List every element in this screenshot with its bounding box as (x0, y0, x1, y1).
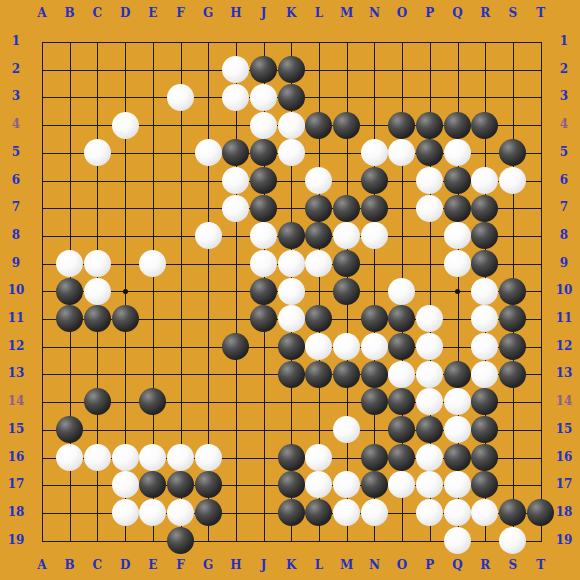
white-stone-q5[interactable] (444, 139, 471, 166)
white-stone-e9[interactable] (139, 250, 166, 277)
intersection-b10[interactable] (56, 277, 84, 305)
black-stone-f19[interactable] (167, 527, 194, 554)
black-stone-q7[interactable] (444, 195, 471, 222)
intersection-k17[interactable] (277, 471, 305, 499)
black-stone-k8[interactable] (278, 222, 305, 249)
intersection-a10[interactable] (28, 277, 56, 305)
white-stone-k4[interactable] (278, 112, 305, 139)
intersection-o10[interactable] (388, 277, 416, 305)
intersection-e12[interactable] (139, 333, 167, 361)
white-stone-k5[interactable] (278, 139, 305, 166)
intersection-n3[interactable] (360, 84, 388, 112)
black-stone-s13[interactable] (499, 361, 526, 388)
intersection-c3[interactable] (84, 84, 112, 112)
intersection-a2[interactable] (28, 56, 56, 84)
intersection-s11[interactable] (499, 305, 527, 333)
intersection-p7[interactable] (416, 194, 444, 222)
intersection-k9[interactable] (277, 250, 305, 278)
black-stone-m10[interactable] (333, 278, 360, 305)
intersection-f18[interactable] (167, 499, 195, 527)
black-stone-k17[interactable] (278, 471, 305, 498)
white-stone-r13[interactable] (471, 361, 498, 388)
intersection-l11[interactable] (305, 305, 333, 333)
intersection-m8[interactable] (333, 222, 361, 250)
white-stone-n12[interactable] (361, 333, 388, 360)
intersection-k3[interactable] (277, 84, 305, 112)
intersection-f16[interactable] (167, 443, 195, 471)
black-stone-j11[interactable] (250, 305, 277, 332)
intersection-h16[interactable] (222, 443, 250, 471)
intersection-b14[interactable] (56, 388, 84, 416)
intersection-r13[interactable] (471, 360, 499, 388)
intersection-o16[interactable] (388, 443, 416, 471)
white-stone-m15[interactable] (333, 416, 360, 443)
black-stone-s5[interactable] (499, 139, 526, 166)
black-stone-r8[interactable] (471, 222, 498, 249)
intersection-q8[interactable] (443, 222, 471, 250)
black-stone-k13[interactable] (278, 361, 305, 388)
white-stone-l9[interactable] (305, 250, 332, 277)
white-stone-r18[interactable] (471, 499, 498, 526)
intersection-m5[interactable] (333, 139, 361, 167)
intersection-m13[interactable] (333, 360, 361, 388)
black-stone-q4[interactable] (444, 112, 471, 139)
intersection-g5[interactable] (194, 139, 222, 167)
intersection-c6[interactable] (84, 167, 112, 195)
intersection-e3[interactable] (139, 84, 167, 112)
intersection-m9[interactable] (333, 250, 361, 278)
intersection-p3[interactable] (416, 84, 444, 112)
intersection-m4[interactable] (333, 111, 361, 139)
intersection-f6[interactable] (167, 167, 195, 195)
intersection-q4[interactable] (443, 111, 471, 139)
intersection-b15[interactable] (56, 416, 84, 444)
black-stone-m9[interactable] (333, 250, 360, 277)
intersection-r3[interactable] (471, 84, 499, 112)
intersection-r12[interactable] (471, 333, 499, 361)
intersection-d14[interactable] (111, 388, 139, 416)
intersection-d7[interactable] (111, 194, 139, 222)
intersection-p8[interactable] (416, 222, 444, 250)
intersection-h2[interactable] (222, 56, 250, 84)
white-stone-p16[interactable] (416, 444, 443, 471)
intersection-c18[interactable] (84, 499, 112, 527)
intersection-f7[interactable] (167, 194, 195, 222)
white-stone-p6[interactable] (416, 167, 443, 194)
white-stone-o17[interactable] (388, 471, 415, 498)
black-stone-m7[interactable] (333, 195, 360, 222)
intersection-s16[interactable] (499, 443, 527, 471)
intersection-k18[interactable] (277, 499, 305, 527)
intersection-j11[interactable] (250, 305, 278, 333)
intersection-b5[interactable] (56, 139, 84, 167)
intersection-b11[interactable] (56, 305, 84, 333)
intersection-g14[interactable] (194, 388, 222, 416)
intersection-h9[interactable] (222, 250, 250, 278)
intersection-a5[interactable] (28, 139, 56, 167)
intersection-s14[interactable] (499, 388, 527, 416)
intersection-j8[interactable] (250, 222, 278, 250)
intersection-s5[interactable] (499, 139, 527, 167)
white-stone-n18[interactable] (361, 499, 388, 526)
intersection-n5[interactable] (360, 139, 388, 167)
intersection-q18[interactable] (443, 499, 471, 527)
intersection-j12[interactable] (250, 333, 278, 361)
intersection-c8[interactable] (84, 222, 112, 250)
intersection-e8[interactable] (139, 222, 167, 250)
intersection-f11[interactable] (167, 305, 195, 333)
white-stone-p14[interactable] (416, 388, 443, 415)
intersection-j6[interactable] (250, 167, 278, 195)
intersection-q10[interactable] (443, 277, 471, 305)
intersection-f2[interactable] (167, 56, 195, 84)
intersection-l6[interactable] (305, 167, 333, 195)
intersection-c12[interactable] (84, 333, 112, 361)
black-stone-k3[interactable] (278, 84, 305, 111)
intersection-o17[interactable] (388, 471, 416, 499)
intersection-o5[interactable] (388, 139, 416, 167)
white-stone-g16[interactable] (195, 444, 222, 471)
intersection-n2[interactable] (360, 56, 388, 84)
intersection-a16[interactable] (28, 443, 56, 471)
white-stone-l12[interactable] (305, 333, 332, 360)
intersection-q11[interactable] (443, 305, 471, 333)
intersection-q16[interactable] (443, 443, 471, 471)
intersection-e17[interactable] (139, 471, 167, 499)
intersection-a14[interactable] (28, 388, 56, 416)
black-stone-r9[interactable] (471, 250, 498, 277)
intersection-s2[interactable] (499, 56, 527, 84)
intersection-s13[interactable] (499, 360, 527, 388)
black-stone-m4[interactable] (333, 112, 360, 139)
white-stone-r10[interactable] (471, 278, 498, 305)
black-stone-s12[interactable] (499, 333, 526, 360)
intersection-h17[interactable] (222, 471, 250, 499)
black-stone-r15[interactable] (471, 416, 498, 443)
intersection-s18[interactable] (499, 499, 527, 527)
intersection-c14[interactable] (84, 388, 112, 416)
intersection-o11[interactable] (388, 305, 416, 333)
black-stone-r4[interactable] (471, 112, 498, 139)
black-stone-l11[interactable] (305, 305, 332, 332)
intersection-m18[interactable] (333, 499, 361, 527)
intersection-k13[interactable] (277, 360, 305, 388)
intersection-p17[interactable] (416, 471, 444, 499)
intersection-d19[interactable] (111, 527, 139, 555)
white-stone-p17[interactable] (416, 471, 443, 498)
intersection-c13[interactable] (84, 360, 112, 388)
intersection-n7[interactable] (360, 194, 388, 222)
intersection-c15[interactable] (84, 416, 112, 444)
intersection-r6[interactable] (471, 167, 499, 195)
intersection-l8[interactable] (305, 222, 333, 250)
black-stone-j6[interactable] (250, 167, 277, 194)
intersection-d18[interactable] (111, 499, 139, 527)
white-stone-f18[interactable] (167, 499, 194, 526)
intersection-q1[interactable] (443, 28, 471, 56)
intersection-f10[interactable] (167, 277, 195, 305)
intersection-n10[interactable] (360, 277, 388, 305)
intersection-g10[interactable] (194, 277, 222, 305)
white-stone-h6[interactable] (222, 167, 249, 194)
intersection-n17[interactable] (360, 471, 388, 499)
intersection-s19[interactable] (499, 527, 527, 555)
intersection-r5[interactable] (471, 139, 499, 167)
intersection-f17[interactable] (167, 471, 195, 499)
intersection-p6[interactable] (416, 167, 444, 195)
intersection-p19[interactable] (416, 527, 444, 555)
intersection-f19[interactable] (167, 527, 195, 555)
intersection-s7[interactable] (499, 194, 527, 222)
intersection-a3[interactable] (28, 84, 56, 112)
white-stone-q15[interactable] (444, 416, 471, 443)
intersection-r10[interactable] (471, 277, 499, 305)
intersection-l13[interactable] (305, 360, 333, 388)
black-stone-g18[interactable] (195, 499, 222, 526)
intersection-q2[interactable] (443, 56, 471, 84)
intersection-n4[interactable] (360, 111, 388, 139)
intersection-c9[interactable] (84, 250, 112, 278)
white-stone-h7[interactable] (222, 195, 249, 222)
intersection-h13[interactable] (222, 360, 250, 388)
black-stone-c14[interactable] (84, 388, 111, 415)
intersection-q9[interactable] (443, 250, 471, 278)
intersection-b12[interactable] (56, 333, 84, 361)
intersection-g2[interactable] (194, 56, 222, 84)
intersection-h19[interactable] (222, 527, 250, 555)
intersection-a11[interactable] (28, 305, 56, 333)
intersection-l9[interactable] (305, 250, 333, 278)
white-stone-k10[interactable] (278, 278, 305, 305)
intersection-d1[interactable] (111, 28, 139, 56)
intersection-a8[interactable] (28, 222, 56, 250)
intersection-l16[interactable] (305, 443, 333, 471)
intersection-d9[interactable] (111, 250, 139, 278)
intersection-c19[interactable] (84, 527, 112, 555)
intersection-g3[interactable] (194, 84, 222, 112)
white-stone-o5[interactable] (388, 139, 415, 166)
intersection-l10[interactable] (305, 277, 333, 305)
intersection-e4[interactable] (139, 111, 167, 139)
intersection-g1[interactable] (194, 28, 222, 56)
intersection-m17[interactable] (333, 471, 361, 499)
black-stone-p15[interactable] (416, 416, 443, 443)
intersection-o15[interactable] (388, 416, 416, 444)
black-stone-b15[interactable] (56, 416, 83, 443)
black-stone-q6[interactable] (444, 167, 471, 194)
intersection-e10[interactable] (139, 277, 167, 305)
black-stone-t18[interactable] (527, 499, 554, 526)
white-stone-k11[interactable] (278, 305, 305, 332)
intersection-a19[interactable] (28, 527, 56, 555)
intersection-e5[interactable] (139, 139, 167, 167)
white-stone-d16[interactable] (112, 444, 139, 471)
black-stone-l8[interactable] (305, 222, 332, 249)
intersection-d5[interactable] (111, 139, 139, 167)
white-stone-o10[interactable] (388, 278, 415, 305)
intersection-o2[interactable] (388, 56, 416, 84)
intersection-q13[interactable] (443, 360, 471, 388)
intersection-l4[interactable] (305, 111, 333, 139)
intersection-q7[interactable] (443, 194, 471, 222)
intersection-j2[interactable] (250, 56, 278, 84)
black-stone-j7[interactable] (250, 195, 277, 222)
intersection-r11[interactable] (471, 305, 499, 333)
intersection-k1[interactable] (277, 28, 305, 56)
black-stone-s11[interactable] (499, 305, 526, 332)
intersection-j13[interactable] (250, 360, 278, 388)
intersection-r19[interactable] (471, 527, 499, 555)
intersection-l5[interactable] (305, 139, 333, 167)
intersection-o7[interactable] (388, 194, 416, 222)
intersection-j19[interactable] (250, 527, 278, 555)
intersection-a12[interactable] (28, 333, 56, 361)
white-stone-g8[interactable] (195, 222, 222, 249)
intersection-d10[interactable] (111, 277, 139, 305)
black-stone-n17[interactable] (361, 471, 388, 498)
intersection-c1[interactable] (84, 28, 112, 56)
intersection-m6[interactable] (333, 167, 361, 195)
intersection-d4[interactable] (111, 111, 139, 139)
intersection-m12[interactable] (333, 333, 361, 361)
intersection-c4[interactable] (84, 111, 112, 139)
white-stone-j9[interactable] (250, 250, 277, 277)
intersection-p18[interactable] (416, 499, 444, 527)
intersection-r8[interactable] (471, 222, 499, 250)
intersection-p9[interactable] (416, 250, 444, 278)
black-stone-h12[interactable] (222, 333, 249, 360)
intersection-j1[interactable] (250, 28, 278, 56)
black-stone-e17[interactable] (139, 471, 166, 498)
intersection-e7[interactable] (139, 194, 167, 222)
black-stone-l13[interactable] (305, 361, 332, 388)
intersection-m10[interactable] (333, 277, 361, 305)
intersection-p14[interactable] (416, 388, 444, 416)
intersection-g16[interactable] (194, 443, 222, 471)
intersection-n1[interactable] (360, 28, 388, 56)
intersection-q6[interactable] (443, 167, 471, 195)
black-stone-o16[interactable] (388, 444, 415, 471)
intersection-g13[interactable] (194, 360, 222, 388)
intersection-s12[interactable] (499, 333, 527, 361)
white-stone-s19[interactable] (499, 527, 526, 554)
black-stone-g17[interactable] (195, 471, 222, 498)
intersection-n9[interactable] (360, 250, 388, 278)
white-stone-o13[interactable] (388, 361, 415, 388)
white-stone-f16[interactable] (167, 444, 194, 471)
intersection-h8[interactable] (222, 222, 250, 250)
black-stone-q16[interactable] (444, 444, 471, 471)
intersection-j14[interactable] (250, 388, 278, 416)
intersection-j17[interactable] (250, 471, 278, 499)
white-stone-p12[interactable] (416, 333, 443, 360)
black-stone-o4[interactable] (388, 112, 415, 139)
intersection-h3[interactable] (222, 84, 250, 112)
white-stone-c10[interactable] (84, 278, 111, 305)
intersection-h10[interactable] (222, 277, 250, 305)
intersection-n8[interactable] (360, 222, 388, 250)
intersection-g11[interactable] (194, 305, 222, 333)
white-stone-c5[interactable] (84, 139, 111, 166)
intersection-s9[interactable] (499, 250, 527, 278)
white-stone-d17[interactable] (112, 471, 139, 498)
intersection-a17[interactable] (28, 471, 56, 499)
intersection-a15[interactable] (28, 416, 56, 444)
intersection-j9[interactable] (250, 250, 278, 278)
intersection-c5[interactable] (84, 139, 112, 167)
intersection-d8[interactable] (111, 222, 139, 250)
black-stone-l4[interactable] (305, 112, 332, 139)
intersection-s17[interactable] (499, 471, 527, 499)
intersection-h15[interactable] (222, 416, 250, 444)
intersection-a9[interactable] (28, 250, 56, 278)
intersection-o8[interactable] (388, 222, 416, 250)
intersection-o19[interactable] (388, 527, 416, 555)
intersection-j3[interactable] (250, 84, 278, 112)
intersection-g17[interactable] (194, 471, 222, 499)
black-stone-q13[interactable] (444, 361, 471, 388)
intersection-e9[interactable] (139, 250, 167, 278)
white-stone-p13[interactable] (416, 361, 443, 388)
intersection-k7[interactable] (277, 194, 305, 222)
intersection-p13[interactable] (416, 360, 444, 388)
intersection-g19[interactable] (194, 527, 222, 555)
intersection-b3[interactable] (56, 84, 84, 112)
intersection-r17[interactable] (471, 471, 499, 499)
intersection-p11[interactable] (416, 305, 444, 333)
intersection-p12[interactable] (416, 333, 444, 361)
white-stone-l6[interactable] (305, 167, 332, 194)
intersection-e1[interactable] (139, 28, 167, 56)
white-stone-j8[interactable] (250, 222, 277, 249)
intersection-d13[interactable] (111, 360, 139, 388)
intersection-o6[interactable] (388, 167, 416, 195)
white-stone-n8[interactable] (361, 222, 388, 249)
white-stone-c16[interactable] (84, 444, 111, 471)
intersection-m2[interactable] (333, 56, 361, 84)
intersection-b8[interactable] (56, 222, 84, 250)
intersection-q15[interactable] (443, 416, 471, 444)
intersection-s8[interactable] (499, 222, 527, 250)
white-stone-f3[interactable] (167, 84, 194, 111)
intersection-h7[interactable] (222, 194, 250, 222)
black-stone-o15[interactable] (388, 416, 415, 443)
white-stone-d18[interactable] (112, 499, 139, 526)
intersection-d17[interactable] (111, 471, 139, 499)
intersection-p10[interactable] (416, 277, 444, 305)
black-stone-r16[interactable] (471, 444, 498, 471)
white-stone-q19[interactable] (444, 527, 471, 554)
white-stone-r11[interactable] (471, 305, 498, 332)
black-stone-k12[interactable] (278, 333, 305, 360)
intersection-q14[interactable] (443, 388, 471, 416)
white-stone-q17[interactable] (444, 471, 471, 498)
white-stone-p7[interactable] (416, 195, 443, 222)
intersection-f5[interactable] (167, 139, 195, 167)
white-stone-m8[interactable] (333, 222, 360, 249)
intersection-r4[interactable] (471, 111, 499, 139)
intersection-l1[interactable] (305, 28, 333, 56)
intersection-k2[interactable] (277, 56, 305, 84)
intersection-e19[interactable] (139, 527, 167, 555)
intersection-g7[interactable] (194, 194, 222, 222)
white-stone-j4[interactable] (250, 112, 277, 139)
black-stone-r17[interactable] (471, 471, 498, 498)
intersection-d16[interactable] (111, 443, 139, 471)
intersection-f1[interactable] (167, 28, 195, 56)
white-stone-q14[interactable] (444, 388, 471, 415)
intersection-e16[interactable] (139, 443, 167, 471)
